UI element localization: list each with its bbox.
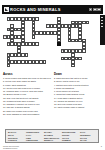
down-section: Down 2. Sand and mud that settle in laye… [54, 72, 99, 110]
clue-item: 18. Soft rock formed from mud [54, 103, 99, 106]
crossword-grid: 123456789101112131415161718192021 [3, 17, 89, 67]
cell-number: 1 [8, 18, 9, 20]
clue-item: 14. Long ages of Earth's history [54, 97, 99, 100]
side-tab-mark [101, 26, 103, 27]
cell-number: 21 [8, 61, 9, 63]
down-list: 2. Sand and mud that settle in layers3. … [54, 77, 99, 109]
word-bank-item: MINERAL [44, 139, 60, 142]
word-bank-column: MAGMAMARBLEMETAMORPHICMINERAL [44, 131, 60, 141]
clue-item: 15. Polished stones used in jewelry [3, 100, 51, 103]
clue-item: 13. Gray rock that splits into flat shee… [3, 97, 51, 100]
clue-item: 5. Molten rock deep inside the Earth [3, 80, 51, 83]
word-bank: BASALTERASEROSIONFOSSILSGARNETGEMSTONESL… [5, 129, 99, 143]
cell-number: 2 [22, 18, 23, 20]
cell-number: 17 [62, 50, 63, 52]
word-bank-column: BASALTERASEROSIONFOSSILSGARNET [8, 131, 24, 141]
cell-number: 19 [8, 54, 9, 56]
clue-item: 20. Dark rock formed from cooled lava [3, 110, 51, 113]
clue-item: 12. Broken pieces of rock [3, 93, 51, 96]
cell-number: 15 [8, 43, 9, 45]
header-badges [89, 8, 103, 12]
side-tab-mark [101, 20, 103, 21]
page-number: 1 [101, 145, 102, 147]
cell-number: 3 [33, 18, 34, 20]
across-heading: Across [3, 72, 51, 76]
page-title: ROCKS AND MINERALS [10, 8, 61, 12]
side-tab [100, 15, 105, 45]
header-badge-icon [97, 8, 101, 12]
cell-number: 14 [83, 39, 84, 41]
cell-number: 12 [4, 36, 5, 38]
clue-item: 3. Silvery metal found in ore [54, 80, 99, 83]
clue-item: 17. Remains of ancient life found in roc… [3, 103, 51, 106]
clue-item: 19. White powder used in cement [54, 106, 99, 109]
word-bank-item: RUBBLE [62, 139, 78, 142]
cell-number: 4 [58, 18, 59, 20]
footer-text: Rocks and Minerals Crossword Puzzle [3, 145, 19, 150]
clue-item: 4. Natural solid with a crystal structur… [54, 84, 99, 87]
clue-item: 8. Pearly white gemstone [3, 84, 51, 87]
across-section: Across 1. Rock formed from shells and co… [3, 72, 51, 116]
clue-item: 16. Mineral we sprinkle on food [54, 100, 99, 103]
across-list: 1. Rock formed from shells and coral on … [3, 77, 51, 115]
cell-number: 7 [11, 25, 12, 27]
clue-item: 21. Rock changed by heat and pressure [3, 113, 51, 116]
down-heading: Down [54, 72, 99, 76]
header-badge-icon [89, 8, 93, 12]
cell-number: 5 [72, 21, 73, 23]
worksheet-page: ROCKS AND MINERALS 123456789101112131415… [0, 0, 105, 150]
footer-line2: Crossword Puzzle [3, 147, 19, 149]
header-badge-icon [93, 8, 97, 12]
word-bank-item: LUSTER [26, 142, 42, 143]
cell-number: 18 [72, 50, 73, 52]
clue-item: 10. Molten rock that flows from a volcan… [3, 87, 51, 90]
cell-number: 20 [62, 57, 63, 59]
clue-item: 2. Sand and mud that settle in layers [54, 77, 99, 80]
cell-number: 10 [8, 29, 9, 31]
clue-item: 1. Rock formed from shells and coral on … [3, 77, 51, 80]
word-bank-column: SALTSEDIMENTSHALESLATE [80, 131, 96, 141]
clue-item: 19. The way a mineral shines [3, 106, 51, 109]
side-tab-mark [101, 23, 103, 24]
cell-number: 16 [19, 43, 20, 45]
word-bank-column: MOONSTONENICKELOPALSRUBBLE [62, 131, 78, 141]
cell-number: 8 [47, 25, 48, 27]
clue-item: 9. Gems that flash rainbow colors [54, 93, 99, 96]
cell-number: 11 [33, 32, 34, 34]
word-bank-column: GEMSTONESLAVALIMELIMESTONELUSTER [26, 131, 42, 141]
logo-icon [4, 7, 9, 12]
cell-number: 13 [69, 39, 70, 41]
empty-cell [86, 64, 90, 68]
clue-item: 6. Deep red gemstone [54, 87, 99, 90]
cell-number: 9 [69, 25, 70, 27]
side-tab-mark [101, 17, 103, 18]
cell-number: 6 [80, 21, 81, 23]
word-bank-item: SLATE [80, 139, 96, 142]
header-bar: ROCKS AND MINERALS [2, 5, 103, 14]
clue-item: 7. Rock carved into statues [54, 90, 99, 93]
word-bank-item: GARNET [8, 142, 24, 143]
clue-item: 11. Wearing away of rock by wind and wat… [3, 90, 51, 93]
